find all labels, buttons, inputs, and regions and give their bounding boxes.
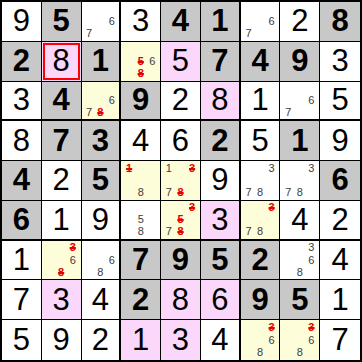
candidate-eliminated: 3 — [266, 321, 278, 334]
candidate: 8 — [135, 187, 147, 199]
candidate: 7 — [163, 187, 175, 199]
solved-digit: 8 — [53, 45, 70, 76]
cell-r7c4[interactable]: 7 — [121, 241, 161, 281]
cell-r4c1[interactable]: 8 — [2, 121, 42, 161]
candidate-eliminated: 8 — [175, 226, 187, 238]
candidate-eliminated: 3 — [186, 202, 198, 214]
cell-r8c4[interactable]: 2 — [121, 280, 161, 320]
cell-r4c2[interactable]: 7 — [42, 121, 82, 161]
cell-r3c5[interactable]: 2 — [161, 82, 201, 122]
cell-r9c6[interactable]: 4 — [201, 320, 241, 360]
candidate: 7 — [243, 226, 255, 238]
solved-digit: 3 — [211, 204, 228, 235]
cell-r2c7[interactable]: 4 — [241, 42, 281, 82]
cell-r7c2[interactable]: 368 — [42, 241, 82, 281]
given-digit: 4 — [251, 45, 268, 76]
cell-r3c3[interactable]: 678 — [82, 82, 122, 122]
cell-r7c7[interactable]: 2 — [241, 241, 281, 281]
cell-r4c7[interactable]: 5 — [241, 121, 281, 161]
cell-r7c6[interactable]: 5 — [201, 241, 241, 281]
candidate-grid: 678 — [82, 82, 120, 120]
cell-r8c3[interactable]: 4 — [82, 280, 122, 320]
candidate: 8 — [294, 346, 306, 359]
solved-digit: 1 — [53, 204, 70, 235]
cell-r5c2[interactable]: 2 — [42, 161, 82, 201]
cell-r7c3[interactable]: 68 — [82, 241, 122, 281]
solved-digit: 6 — [211, 284, 228, 315]
cell-r3c4[interactable]: 9 — [121, 82, 161, 122]
given-digit: 6 — [331, 164, 348, 195]
cell-r6c6[interactable]: 3 — [201, 201, 241, 241]
given-digit: 9 — [251, 284, 268, 315]
given-digit: 2 — [251, 244, 268, 275]
given-digit: 5 — [291, 284, 308, 315]
cell-r8c6[interactable]: 6 — [201, 280, 241, 320]
candidate: 3 — [306, 162, 318, 174]
solved-digit: 2 — [92, 324, 109, 355]
candidate-grid: 3578 — [161, 201, 200, 239]
given-digit: 6 — [13, 204, 30, 235]
cell-r5c9[interactable]: 6 — [320, 161, 360, 201]
given-digit: 2 — [13, 45, 30, 76]
cell-r6c7[interactable]: 378 — [241, 201, 281, 241]
cell-r9c8[interactable]: 368 — [280, 320, 320, 360]
cell-r8c5[interactable]: 8 — [161, 280, 201, 320]
cell-r5c5[interactable]: 1378 — [161, 161, 201, 201]
cell-r4c4[interactable]: 4 — [121, 121, 161, 161]
solved-digit: 5 — [331, 84, 348, 115]
candidate: 6 — [106, 94, 117, 106]
cell-r1c3[interactable]: 67 — [82, 2, 122, 42]
cell-r5c6[interactable]: 9 — [201, 161, 241, 201]
solved-digit: 9 — [92, 204, 109, 235]
cell-r2c2[interactable]: 8 — [42, 42, 82, 82]
cell-r2c1[interactable]: 2 — [2, 42, 42, 82]
candidate-grid: 568 — [121, 42, 160, 81]
candidate-eliminated: 3 — [186, 162, 198, 174]
solved-digit: 6 — [172, 125, 189, 156]
candidate-grid: 18 — [121, 161, 160, 200]
cell-r1c9[interactable]: 8 — [320, 2, 360, 42]
candidate-eliminated: 3 — [306, 321, 318, 334]
candidate: 7 — [84, 28, 95, 40]
candidate-eliminated: 5 — [135, 55, 147, 67]
cell-r1c7[interactable]: 67 — [241, 2, 281, 42]
cell-r9c1[interactable]: 5 — [2, 320, 42, 360]
cell-r9c3[interactable]: 2 — [82, 320, 122, 360]
given-digit: 1 — [92, 45, 109, 76]
candidate-grid: 378 — [241, 161, 280, 200]
candidate: 6 — [147, 55, 159, 67]
cell-r5c3[interactable]: 5 — [82, 161, 122, 201]
cell-r3c7[interactable]: 1 — [241, 82, 281, 122]
solved-digit: 2 — [53, 164, 70, 195]
candidate-grid: 68 — [82, 241, 120, 280]
cell-r2c4[interactable]: 568 — [121, 42, 161, 82]
solved-digit: 2 — [331, 204, 348, 235]
candidate: 7 — [163, 226, 175, 238]
solved-digit: 2 — [291, 5, 308, 36]
cell-r8c1[interactable]: 7 — [2, 280, 42, 320]
solved-digit: 2 — [172, 84, 189, 115]
candidate: 7 — [243, 28, 255, 40]
given-digit: 7 — [132, 244, 149, 275]
candidate: 6 — [67, 254, 79, 266]
cell-r1c6[interactable]: 1 — [201, 2, 241, 42]
sudoku-board: 9567341672828156857493346789281675873462… — [0, 0, 362, 362]
candidate-grid: 1378 — [161, 161, 200, 200]
candidate: 3 — [266, 162, 278, 174]
cell-r7c1[interactable]: 1 — [2, 241, 42, 281]
cell-r1c5[interactable]: 4 — [161, 2, 201, 42]
given-digit: 2 — [132, 284, 149, 315]
solved-digit: 4 — [331, 244, 348, 275]
candidate-eliminated: 8 — [95, 106, 106, 118]
given-digit: 3 — [92, 125, 109, 156]
solved-digit: 4 — [211, 324, 228, 355]
cell-r6c5[interactable]: 3578 — [161, 201, 201, 241]
cell-r9c9[interactable]: 7 — [320, 320, 360, 360]
candidate: 7 — [243, 187, 255, 199]
candidate-eliminated: 1 — [123, 162, 135, 174]
solved-digit: 1 — [331, 284, 348, 315]
cell-r1c8[interactable]: 2 — [280, 2, 320, 42]
candidate-eliminated: 3 — [266, 202, 278, 214]
candidate: 8 — [254, 187, 266, 199]
solved-digit: 3 — [172, 324, 189, 355]
cell-r2c3[interactable]: 1 — [82, 42, 122, 82]
candidate-grid: 368 — [280, 241, 319, 280]
cell-r4c3[interactable]: 3 — [82, 121, 122, 161]
solved-digit: 9 — [331, 125, 348, 156]
cell-r4c9[interactable]: 9 — [320, 121, 360, 161]
cell-r4c8[interactable]: 1 — [280, 121, 320, 161]
candidate: 7 — [282, 106, 294, 118]
given-digit: 4 — [13, 164, 30, 195]
cell-r6c1[interactable]: 6 — [2, 201, 42, 241]
cell-r9c2[interactable]: 9 — [42, 320, 82, 360]
candidate-grid: 378 — [241, 201, 280, 239]
solved-digit: 7 — [13, 284, 30, 315]
given-digit: 7 — [53, 125, 70, 156]
cell-r3c8[interactable]: 67 — [280, 82, 320, 122]
cell-r4c6[interactable]: 2 — [201, 121, 241, 161]
cell-r8c7[interactable]: 9 — [241, 280, 281, 320]
candidate-grid: 368 — [280, 320, 319, 360]
cell-r3c2[interactable]: 4 — [42, 82, 82, 122]
cell-r2c6[interactable]: 7 — [201, 42, 241, 82]
solved-digit: 7 — [331, 324, 348, 355]
candidate: 6 — [306, 254, 318, 266]
candidate: 8 — [95, 266, 106, 278]
given-digit: 7 — [211, 45, 228, 76]
given-digit: 4 — [172, 5, 189, 36]
solved-digit: 1 — [251, 84, 268, 115]
given-digit: 9 — [172, 244, 189, 275]
given-digit: 1 — [291, 125, 308, 156]
candidate: 8 — [294, 266, 306, 278]
cell-r5c7[interactable]: 378 — [241, 161, 281, 201]
candidate: 6 — [306, 334, 318, 347]
solved-digit: 8 — [211, 84, 228, 115]
cell-r9c4[interactable]: 1 — [121, 320, 161, 360]
candidate-grid: 368 — [241, 320, 280, 360]
solved-digit: 9 — [13, 5, 30, 36]
solved-digit: 1 — [13, 244, 30, 275]
solved-digit: 9 — [211, 164, 228, 195]
solved-digit: 5 — [172, 45, 189, 76]
cell-r1c1[interactable]: 9 — [2, 2, 42, 42]
solved-digit: 8 — [172, 284, 189, 315]
candidate-grid: 368 — [42, 241, 81, 280]
candidate-eliminated: 8 — [55, 266, 67, 278]
candidate: 3 — [306, 242, 318, 254]
candidate: 6 — [106, 254, 117, 266]
given-digit: 2 — [211, 125, 228, 156]
candidate: 8 — [254, 226, 266, 238]
cell-r2c8[interactable]: 9 — [280, 42, 320, 82]
candidate: 1 — [163, 162, 175, 174]
candidate-eliminated: 8 — [175, 187, 187, 199]
cell-r9c5[interactable]: 3 — [161, 320, 201, 360]
candidate-eliminated: 8 — [135, 67, 147, 79]
candidate: 6 — [106, 15, 117, 27]
candidate-grid: 67 — [82, 2, 120, 41]
candidate-eliminated: 3 — [67, 242, 79, 254]
cell-r3c9[interactable]: 5 — [320, 82, 360, 122]
cell-r5c1[interactable]: 4 — [2, 161, 42, 201]
solved-digit: 3 — [331, 45, 348, 76]
candidate-grid: 67 — [241, 2, 280, 41]
solved-digit: 8 — [13, 125, 30, 156]
solved-digit: 1 — [132, 324, 149, 355]
cell-r3c1[interactable]: 3 — [2, 82, 42, 122]
cell-r6c2[interactable]: 1 — [42, 201, 82, 241]
candidate: 8 — [294, 187, 306, 199]
cell-r7c5[interactable]: 9 — [161, 241, 201, 281]
given-digit: 5 — [211, 244, 228, 275]
solved-digit: 3 — [132, 5, 149, 36]
cell-r2c5[interactable]: 5 — [161, 42, 201, 82]
given-digit: 9 — [132, 84, 149, 115]
candidate: 8 — [135, 226, 147, 238]
candidate: 6 — [266, 15, 278, 27]
cell-r6c8[interactable]: 4 — [280, 201, 320, 241]
candidate: 5 — [135, 214, 147, 226]
given-digit: 5 — [92, 164, 109, 195]
solved-digit: 3 — [13, 84, 30, 115]
given-digit: 8 — [331, 5, 348, 36]
solved-digit: 4 — [92, 284, 109, 315]
given-digit: 5 — [53, 5, 70, 36]
cell-r7c9[interactable]: 4 — [320, 241, 360, 281]
candidate: 7 — [84, 106, 95, 118]
solved-digit: 4 — [291, 204, 308, 235]
candidate: 6 — [306, 94, 318, 106]
cell-r2c9[interactable]: 3 — [320, 42, 360, 82]
cell-r5c8[interactable]: 378 — [280, 161, 320, 201]
solved-digit: 9 — [53, 324, 70, 355]
cell-r7c8[interactable]: 368 — [280, 241, 320, 281]
given-digit: 1 — [211, 5, 228, 36]
cell-r4c5[interactable]: 6 — [161, 121, 201, 161]
candidate: 6 — [266, 334, 278, 347]
candidate-eliminated: 5 — [175, 214, 187, 226]
cell-r5c4[interactable]: 18 — [121, 161, 161, 201]
candidate-grid: 378 — [280, 161, 319, 200]
cell-r6c4[interactable]: 58 — [121, 201, 161, 241]
cell-r8c8[interactable]: 5 — [280, 280, 320, 320]
cell-r6c9[interactable]: 2 — [320, 201, 360, 241]
cell-r1c2[interactable]: 5 — [42, 2, 82, 42]
cell-r1c4[interactable]: 3 — [121, 2, 161, 42]
candidate: 8 — [254, 346, 266, 359]
cell-r8c2[interactable]: 3 — [42, 280, 82, 320]
cell-r8c9[interactable]: 1 — [320, 280, 360, 320]
given-digit: 9 — [291, 45, 308, 76]
solved-digit: 5 — [13, 324, 30, 355]
given-digit: 4 — [53, 84, 70, 115]
candidate-grid: 67 — [280, 82, 319, 120]
candidate-grid: 58 — [121, 201, 160, 239]
cell-r9c7[interactable]: 368 — [241, 320, 281, 360]
candidate: 7 — [282, 187, 294, 199]
solved-digit: 4 — [132, 125, 149, 156]
cell-r3c6[interactable]: 8 — [201, 82, 241, 122]
cell-r6c3[interactable]: 9 — [82, 201, 122, 241]
solved-digit: 5 — [251, 125, 268, 156]
solved-digit: 3 — [53, 284, 70, 315]
